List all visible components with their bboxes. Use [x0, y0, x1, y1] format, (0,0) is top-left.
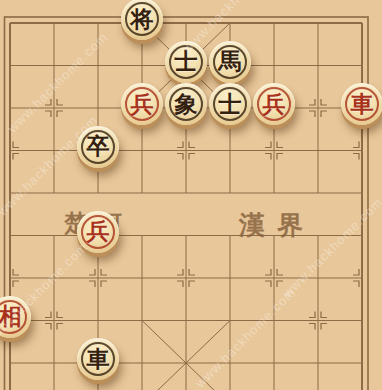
- piece-ring: [0, 300, 27, 334]
- piece-black-advisor[interactable]: 士: [165, 41, 207, 83]
- piece-red-soldier[interactable]: 兵: [77, 211, 119, 253]
- piece-glyph: 馬: [219, 49, 242, 72]
- xiangqi-board[interactable]: 楚河 漢界 将士馬兵象士兵車卒兵相車 www.hackhome.com www.…: [0, 0, 382, 390]
- piece-glyph: 将: [131, 7, 154, 30]
- piece-red-soldier[interactable]: 兵: [253, 83, 295, 125]
- piece-black-horse[interactable]: 馬: [209, 41, 251, 83]
- piece-glyph: 兵: [263, 92, 286, 115]
- piece-ring: [169, 87, 203, 121]
- piece-glyph: 兵: [131, 92, 154, 115]
- piece-red-elephant[interactable]: 相: [0, 296, 31, 338]
- piece-glyph: 卒: [87, 134, 110, 157]
- piece-ring: [81, 215, 115, 249]
- pieces-layer: 将士馬兵象士兵車卒兵相車: [0, 0, 382, 390]
- piece-ring: [125, 2, 159, 36]
- piece-ring: [213, 87, 247, 121]
- piece-black-chariot[interactable]: 車: [77, 338, 119, 380]
- piece-black-soldier[interactable]: 卒: [77, 126, 119, 168]
- piece-black-general[interactable]: 将: [121, 0, 163, 40]
- piece-red-soldier[interactable]: 兵: [121, 83, 163, 125]
- piece-glyph: 兵: [87, 219, 110, 242]
- piece-ring: [169, 45, 203, 79]
- piece-glyph: 車: [87, 347, 110, 370]
- piece-glyph: 車: [351, 92, 374, 115]
- piece-red-chariot[interactable]: 車: [341, 83, 382, 125]
- piece-glyph: 士: [219, 92, 242, 115]
- piece-black-advisor[interactable]: 士: [209, 83, 251, 125]
- piece-glyph: 相: [0, 304, 22, 327]
- piece-glyph: 象: [175, 92, 198, 115]
- piece-ring: [125, 87, 159, 121]
- piece-ring: [257, 87, 291, 121]
- piece-ring: [81, 342, 115, 376]
- piece-ring: [345, 87, 379, 121]
- piece-ring: [213, 45, 247, 79]
- piece-black-elephant[interactable]: 象: [165, 83, 207, 125]
- piece-glyph: 士: [175, 49, 198, 72]
- piece-ring: [81, 130, 115, 164]
